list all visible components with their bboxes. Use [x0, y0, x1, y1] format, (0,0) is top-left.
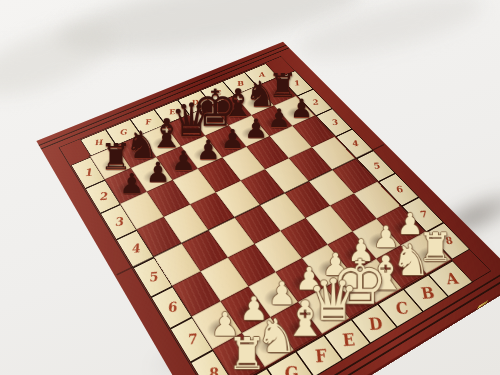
piece-dark-pawn-h2: ♟: [119, 173, 144, 195]
piece-dark-pawn-f2: ♟: [171, 150, 196, 171]
board-placement: 1122334455667788HHGGFFEEDDCCBBAA ♜♞♝♛♚♝♞…: [92, 37, 427, 372]
piece-dark-pawn-d2: ♟: [221, 129, 245, 150]
piece-dark-pawn-b2: ♟: [267, 108, 290, 128]
perspective-wrapper: 1122334455667788HHGGFFEEDDCCBBAA ♜♞♝♛♚♝♞…: [92, 37, 427, 372]
chess-board: 1122334455667788HHGGFFEEDDCCBBAA ♜♞♝♛♚♝♞…: [36, 42, 500, 375]
piece-dark-pawn-e2: ♟: [196, 139, 220, 160]
piece-dark-pawn-a2: ♟: [290, 99, 313, 119]
piece-dark-pawn-c2: ♟: [244, 118, 268, 139]
photo-scene: 1122334455667788HHGGFFEEDDCCBBAA ♜♞♝♛♚♝♞…: [0, 0, 500, 375]
piece-light-rook-h8: ♜: [228, 337, 267, 371]
piece-dark-pawn-g2: ♟: [146, 162, 171, 184]
